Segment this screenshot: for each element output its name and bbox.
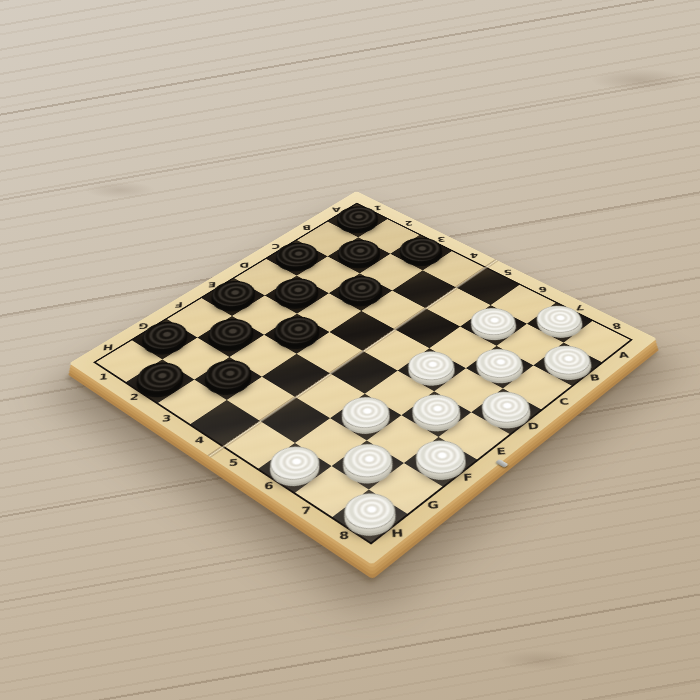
- table-surface: 12345678 ABCDEFGH 12345678 ABCDEFGH: [0, 0, 700, 700]
- board-grid: [96, 204, 630, 542]
- checkers-board: 12345678 ABCDEFGH 12345678 ABCDEFGH: [69, 191, 657, 565]
